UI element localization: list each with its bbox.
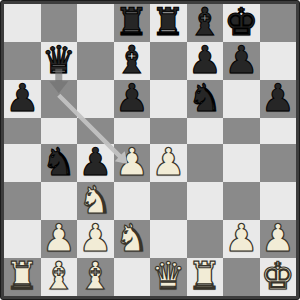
square-g3[interactable] xyxy=(223,182,260,220)
square-h5[interactable] xyxy=(260,118,297,144)
square-c4[interactable]: ♟ xyxy=(77,144,114,182)
square-d4[interactable]: ♟ xyxy=(114,144,151,182)
square-c8[interactable] xyxy=(77,4,114,42)
piece-white-pawn[interactable]: ♟ xyxy=(224,219,258,257)
square-f2[interactable] xyxy=(187,220,224,258)
piece-white-king[interactable]: ♚ xyxy=(261,257,295,295)
square-e7[interactable] xyxy=(150,42,187,80)
square-h2[interactable]: ♟ xyxy=(260,220,297,258)
square-f7[interactable]: ♟ xyxy=(187,42,224,80)
square-f4[interactable] xyxy=(187,144,224,182)
piece-black-rook[interactable]: ♜ xyxy=(115,3,149,41)
piece-black-king[interactable]: ♚ xyxy=(224,3,258,41)
chess-board: ♜♜♝♚♛♝♟♟♟♟♞♟♞♟♟♟♞♟♟♞♟♟♜♝♝♛♜♚ xyxy=(4,4,296,296)
square-e3[interactable] xyxy=(150,182,187,220)
square-b6[interactable] xyxy=(41,80,78,118)
square-b8[interactable] xyxy=(41,4,78,42)
square-h8[interactable] xyxy=(260,4,297,42)
square-e2[interactable] xyxy=(150,220,187,258)
square-d2[interactable]: ♞ xyxy=(114,220,151,258)
piece-black-pawn[interactable]: ♟ xyxy=(115,79,149,117)
square-c6[interactable] xyxy=(77,80,114,118)
square-c7[interactable] xyxy=(77,42,114,80)
square-b7[interactable]: ♛ xyxy=(41,42,78,80)
piece-white-pawn[interactable]: ♟ xyxy=(115,143,149,181)
square-g8[interactable]: ♚ xyxy=(223,4,260,42)
square-b2[interactable]: ♟ xyxy=(41,220,78,258)
piece-black-knight[interactable]: ♞ xyxy=(42,143,76,181)
square-a6[interactable]: ♟ xyxy=(4,80,41,118)
square-d8[interactable]: ♜ xyxy=(114,4,151,42)
square-a8[interactable] xyxy=(4,4,41,42)
piece-black-queen[interactable]: ♛ xyxy=(42,41,76,79)
piece-black-pawn[interactable]: ♟ xyxy=(224,41,258,79)
square-f1[interactable]: ♜ xyxy=(187,258,224,296)
piece-black-rook[interactable]: ♜ xyxy=(151,3,185,41)
square-g4[interactable] xyxy=(223,144,260,182)
square-e1[interactable]: ♛ xyxy=(150,258,187,296)
square-a2[interactable] xyxy=(4,220,41,258)
piece-white-knight[interactable]: ♞ xyxy=(115,219,149,257)
piece-white-bishop[interactable]: ♝ xyxy=(78,257,112,295)
square-h3[interactable] xyxy=(260,182,297,220)
square-h4[interactable] xyxy=(260,144,297,182)
piece-white-bishop[interactable]: ♝ xyxy=(42,257,76,295)
square-c3[interactable]: ♞ xyxy=(77,182,114,220)
square-f5[interactable] xyxy=(187,118,224,144)
piece-black-pawn[interactable]: ♟ xyxy=(78,143,112,181)
square-d3[interactable] xyxy=(114,182,151,220)
square-c1[interactable]: ♝ xyxy=(77,258,114,296)
square-g6[interactable] xyxy=(223,80,260,118)
square-g7[interactable]: ♟ xyxy=(223,42,260,80)
square-c2[interactable]: ♟ xyxy=(77,220,114,258)
square-h7[interactable] xyxy=(260,42,297,80)
piece-white-rook[interactable]: ♜ xyxy=(5,257,39,295)
square-b1[interactable]: ♝ xyxy=(41,258,78,296)
piece-white-knight[interactable]: ♞ xyxy=(78,181,112,219)
square-d6[interactable]: ♟ xyxy=(114,80,151,118)
square-f3[interactable] xyxy=(187,182,224,220)
chess-board-frame: ♜♜♝♚♛♝♟♟♟♟♞♟♞♟♟♟♞♟♟♞♟♟♜♝♝♛♜♚ xyxy=(0,0,300,300)
piece-white-pawn[interactable]: ♟ xyxy=(78,219,112,257)
piece-black-bishop[interactable]: ♝ xyxy=(115,41,149,79)
square-b4[interactable]: ♞ xyxy=(41,144,78,182)
piece-black-bishop[interactable]: ♝ xyxy=(188,3,222,41)
square-g2[interactable]: ♟ xyxy=(223,220,260,258)
square-a7[interactable] xyxy=(4,42,41,80)
square-e8[interactable]: ♜ xyxy=(150,4,187,42)
piece-white-pawn[interactable]: ♟ xyxy=(261,219,295,257)
piece-black-pawn[interactable]: ♟ xyxy=(261,79,295,117)
piece-white-pawn[interactable]: ♟ xyxy=(151,143,185,181)
piece-white-pawn[interactable]: ♟ xyxy=(42,219,76,257)
square-d1[interactable] xyxy=(114,258,151,296)
square-e6[interactable] xyxy=(150,80,187,118)
square-d7[interactable]: ♝ xyxy=(114,42,151,80)
square-g1[interactable] xyxy=(223,258,260,296)
piece-black-pawn[interactable]: ♟ xyxy=(5,79,39,117)
piece-white-queen[interactable]: ♛ xyxy=(151,257,185,295)
square-a4[interactable] xyxy=(4,144,41,182)
piece-white-rook[interactable]: ♜ xyxy=(188,257,222,295)
square-a1[interactable]: ♜ xyxy=(4,258,41,296)
square-g5[interactable] xyxy=(223,118,260,144)
square-f8[interactable]: ♝ xyxy=(187,4,224,42)
piece-black-pawn[interactable]: ♟ xyxy=(188,41,222,79)
board-grid: ♜♜♝♚♛♝♟♟♟♟♞♟♞♟♟♟♞♟♟♞♟♟♜♝♝♛♜♚ xyxy=(4,4,296,296)
square-a5[interactable] xyxy=(4,118,41,144)
piece-black-knight[interactable]: ♞ xyxy=(188,79,222,117)
square-e4[interactable]: ♟ xyxy=(150,144,187,182)
square-b3[interactable] xyxy=(41,182,78,220)
square-a3[interactable] xyxy=(4,182,41,220)
square-h1[interactable]: ♚ xyxy=(260,258,297,296)
square-f6[interactable]: ♞ xyxy=(187,80,224,118)
square-h6[interactable]: ♟ xyxy=(260,80,297,118)
